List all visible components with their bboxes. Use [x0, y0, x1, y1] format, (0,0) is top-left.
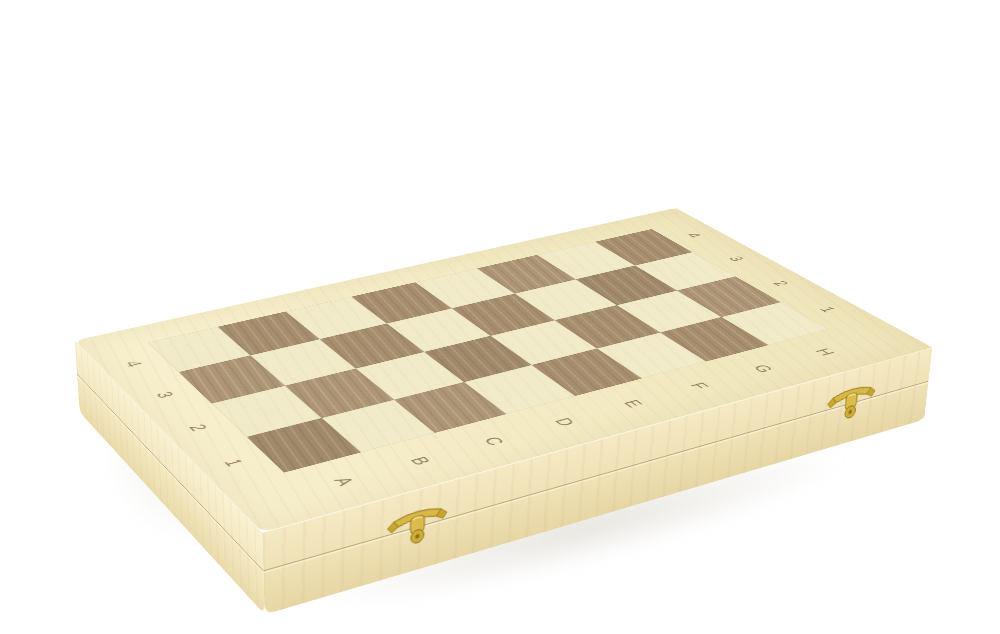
brass-clasp-1	[385, 498, 449, 558]
square-b2	[285, 369, 394, 418]
folding-chess-box: ABCDEFGH 4321 4321	[75, 208, 932, 533]
scene-3d: ABCDEFGH 4321 4321	[0, 0, 1000, 634]
square-a3	[179, 355, 285, 403]
brass-clasp-2	[824, 378, 878, 431]
square-b3	[250, 339, 355, 386]
square-e1	[532, 348, 642, 395]
square-b1	[322, 400, 435, 453]
square-a2	[212, 386, 322, 437]
square-a1	[247, 418, 361, 473]
square-c2	[356, 352, 464, 400]
chess-box-photo: ABCDEFGH 4321 4321	[0, 0, 1000, 634]
square-c1	[394, 382, 506, 433]
square-d1	[464, 365, 575, 414]
